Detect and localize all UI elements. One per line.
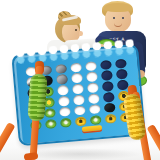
cell-r4c5 bbox=[88, 93, 100, 103]
cell-r2c7 bbox=[116, 69, 128, 79]
cell-r4c3 bbox=[58, 96, 70, 106]
cell-r5c4 bbox=[74, 105, 86, 115]
cell-r5c2 bbox=[44, 108, 56, 118]
boy-eye-right bbox=[122, 17, 124, 19]
cell-r6c4 bbox=[75, 116, 87, 126]
girl-eye bbox=[75, 29, 77, 31]
left-green-grip bbox=[27, 73, 47, 121]
cell-r3c4 bbox=[72, 84, 84, 94]
cell-r6c5 bbox=[90, 115, 102, 125]
cell-r1c5 bbox=[85, 61, 97, 71]
cell-r3c5 bbox=[87, 82, 99, 92]
cell-r1c3 bbox=[55, 64, 67, 74]
cell-r4c4 bbox=[73, 95, 85, 105]
brand-logo bbox=[82, 125, 102, 132]
cell-r3c6 bbox=[102, 81, 114, 91]
cell-r1c4 bbox=[70, 62, 82, 72]
girl-nose bbox=[79, 31, 83, 36]
cell-r1c6 bbox=[100, 60, 112, 70]
cell-r5c6 bbox=[104, 103, 116, 113]
cell-r6c2 bbox=[45, 119, 57, 129]
cell-r6c6 bbox=[105, 113, 117, 123]
cell-r3c3 bbox=[57, 85, 69, 95]
boy-eye-left bbox=[113, 17, 115, 19]
product-photo: SOFT A bbox=[0, 0, 160, 160]
cell-r5c5 bbox=[89, 104, 101, 114]
left-foot bbox=[24, 152, 39, 160]
cell-r5c3 bbox=[59, 107, 71, 117]
cell-r4c6 bbox=[103, 92, 115, 102]
boy-fringe bbox=[104, 3, 132, 12]
cell-r2c4 bbox=[71, 73, 83, 83]
left-diagonal-leg bbox=[0, 122, 15, 160]
cell-r1c7 bbox=[115, 58, 127, 68]
cell-r6c3 bbox=[60, 117, 72, 127]
cell-r2c6 bbox=[101, 70, 113, 80]
cell-r2c3 bbox=[56, 74, 68, 84]
cell-r2c5 bbox=[86, 72, 98, 82]
